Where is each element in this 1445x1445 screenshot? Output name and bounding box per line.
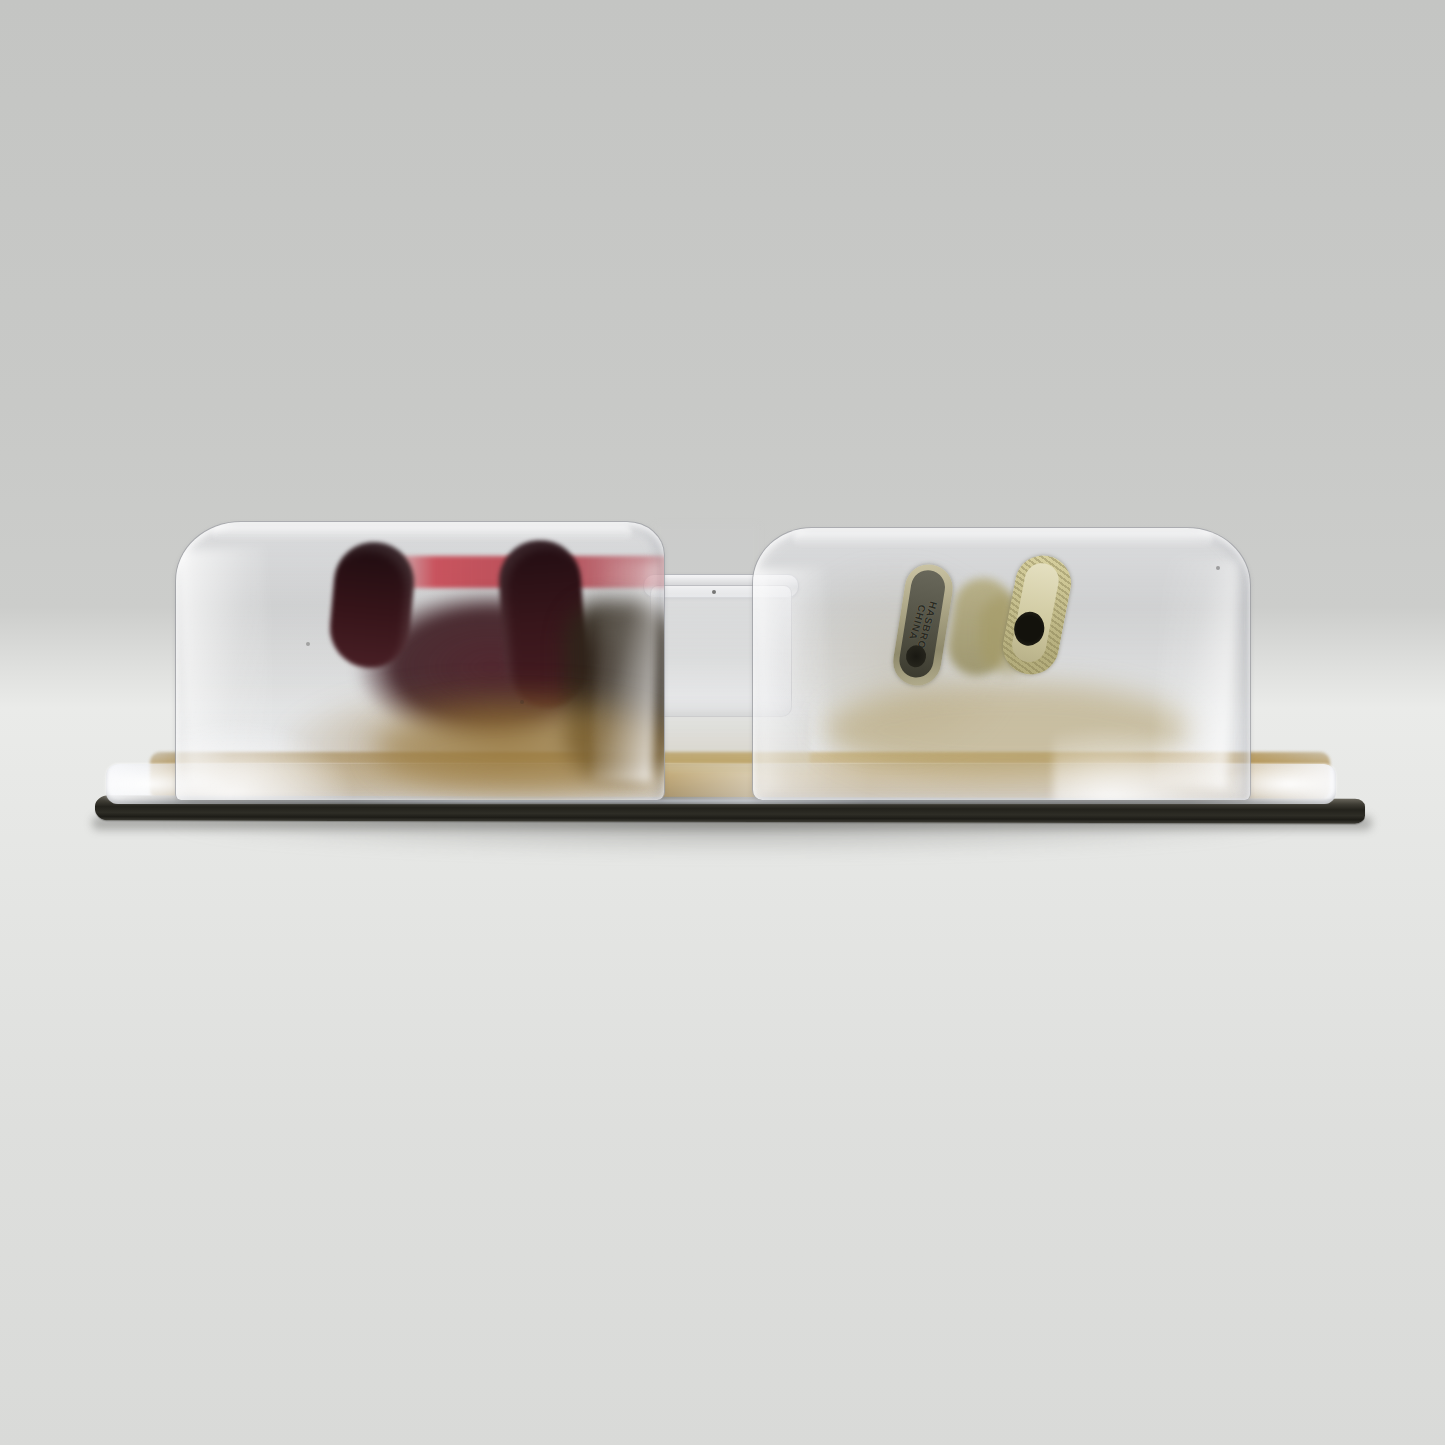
- blister-bubble-right: HASBRO CHINA: [752, 527, 1251, 800]
- blister-bubble-left: [175, 521, 665, 800]
- hasbro-china-stamp: HASBRO CHINA: [906, 597, 939, 650]
- dust-speck: [520, 700, 524, 704]
- product-photo: HASBRO CHINA: [0, 0, 1445, 1445]
- left-bubble-top-sheen: [212, 525, 632, 541]
- dust-speck: [1216, 566, 1220, 570]
- dust-speck: [712, 590, 716, 594]
- left-bubble-bottom-glow: [176, 718, 356, 800]
- right-bubble-left-wall-reflection: [753, 567, 831, 794]
- dust-speck: [306, 642, 310, 646]
- right-bubble-top-sheen: [793, 531, 1213, 547]
- right-bubble-bottom-glow: [1053, 723, 1243, 800]
- left-bubble-right-wall-shadow: [592, 561, 660, 783]
